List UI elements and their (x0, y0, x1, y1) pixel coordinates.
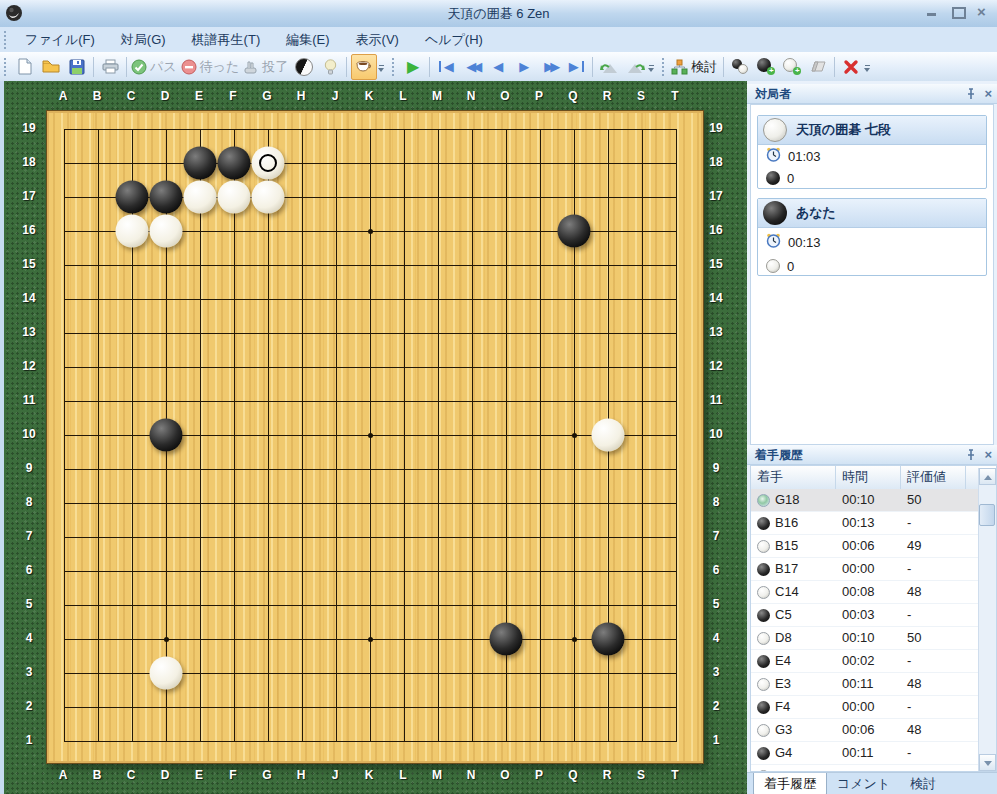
move-value: - (901, 650, 966, 672)
pin-icon[interactable] (966, 88, 976, 100)
move-coord: G3 (775, 719, 792, 741)
go-board[interactable] (46, 110, 704, 764)
scrollbar[interactable] (978, 468, 996, 771)
dropdown-arrow-icon[interactable] (378, 65, 386, 75)
move-row-B16[interactable]: B1600:13- (751, 512, 979, 535)
coordinate-label: P (535, 768, 543, 782)
coordinate-label: O (500, 768, 509, 782)
dropdown-arrow-icon[interactable] (648, 65, 656, 75)
review-label: 検討 (691, 58, 719, 76)
coordinate-label: H (297, 89, 306, 103)
black-stone-icon (757, 609, 770, 622)
move-coord: H3 (775, 765, 792, 771)
move-value: - (901, 742, 966, 764)
coordinate-label: J (332, 768, 339, 782)
undo-move-button[interactable]: 待った (181, 55, 242, 79)
menu-replay[interactable]: 棋譜再生(T) (179, 27, 274, 53)
coordinate-label: M (432, 89, 442, 103)
player-card-black: あなた 00:13 0 (757, 198, 987, 276)
coordinate-label: T (671, 768, 678, 782)
coordinate-label: 6 (713, 563, 720, 577)
grid-line (540, 129, 541, 742)
move-row-C5[interactable]: C500:03- (751, 604, 979, 627)
coordinate-label: 11 (23, 393, 36, 407)
go-first-button[interactable]: ◀ (434, 55, 458, 79)
white-stone-D16 (150, 215, 183, 248)
move-coord: E4 (775, 650, 791, 672)
column-header-value[interactable]: 評価値 (901, 466, 966, 489)
star-point (368, 637, 373, 642)
move-time: 00:06 (836, 535, 901, 557)
white-stone-E17 (184, 181, 217, 214)
coffee-break-button[interactable] (351, 54, 377, 80)
save-button[interactable] (65, 55, 89, 79)
coordinate-label: 13 (22, 325, 35, 339)
coordinate-label: 10 (709, 427, 722, 441)
coordinate-label: 8 (713, 495, 720, 509)
move-time: 00:00 (836, 696, 901, 718)
move-row-F4[interactable]: F400:00- (751, 696, 979, 719)
white-stone-icon (757, 770, 770, 772)
move-time: 00:10 (836, 489, 901, 511)
move-time: 00:07 (836, 765, 901, 771)
coordinate-label: 9 (713, 461, 720, 475)
white-stone-avatar (763, 118, 787, 142)
coordinate-label: 16 (22, 223, 35, 237)
fast-forward-button[interactable]: ▶▶ (538, 55, 562, 79)
move-value: - (901, 512, 966, 534)
column-header-time[interactable]: 時間 (836, 466, 901, 489)
coordinate-label: A (59, 768, 68, 782)
coordinate-label: 11 (710, 393, 723, 407)
tab-review[interactable]: 検討 (900, 773, 946, 794)
grid-line (64, 537, 677, 538)
black-stone-icon (757, 563, 770, 576)
coordinate-label: K (365, 768, 374, 782)
star-point (164, 637, 169, 642)
coordinate-label: F (229, 768, 236, 782)
coordinate-label: 18 (22, 155, 35, 169)
coordinate-label: 12 (709, 359, 722, 373)
go-last-button[interactable]: ▶ (564, 55, 588, 79)
coordinate-label: 7 (26, 529, 33, 543)
coordinate-label: 7 (713, 529, 720, 543)
tab-move-history[interactable]: 着手履歴 (753, 773, 827, 794)
coordinate-label: M (432, 768, 442, 782)
grid-line (472, 129, 473, 742)
players-panel: 天頂の囲碁 七段 01:03 0 あなた 00:13 (750, 104, 994, 445)
captured-white-stone-icon (766, 259, 780, 273)
coordinate-label: B (93, 768, 102, 782)
black-white-stone-button[interactable] (292, 55, 316, 79)
coordinate-label: 2 (713, 699, 720, 713)
coordinate-label: 9 (26, 461, 33, 475)
menu-file[interactable]: ファイル(F) (12, 27, 108, 53)
coordinate-label: J (332, 89, 339, 103)
coordinate-label: 14 (22, 291, 35, 305)
move-coord: B16 (775, 512, 798, 534)
move-row-D8[interactable]: D800:1050 (751, 627, 979, 650)
move-value: 48 (901, 673, 966, 695)
coordinate-label: 17 (22, 189, 35, 203)
scroll-up-button[interactable] (979, 468, 996, 485)
resign-button[interactable]: 投了 (243, 55, 290, 79)
capture-count: 0 (787, 171, 794, 186)
scrollbar-thumb[interactable] (979, 504, 995, 526)
move-value: 50 (901, 627, 966, 649)
coordinate-label: N (467, 768, 476, 782)
black-stone-R4 (592, 623, 625, 656)
coordinate-label: O (500, 89, 509, 103)
move-value: - (901, 604, 966, 626)
player-time: 01:03 (788, 149, 821, 164)
black-stone-icon (757, 517, 770, 530)
move-value: 48 (901, 719, 966, 741)
move-row-E4[interactable]: E400:02- (751, 650, 979, 673)
new-file-button[interactable] (13, 55, 37, 79)
coordinate-label: L (399, 89, 406, 103)
toolbar: パス 待った 投了 ▶ ◀ ◀◀ ◀ ▶ ▶▶ ▶ 検討 (0, 52, 997, 82)
black-stone-Q16 (558, 215, 591, 248)
coordinate-label: 8 (26, 495, 33, 509)
grid-line (64, 605, 677, 606)
title-bar: 天頂の囲碁 6 Zen × (0, 0, 997, 28)
move-history-table: 着手 時間 評価値 G1800:1050B1600:13-B1500:0649B… (750, 465, 997, 772)
white-stone-F17 (218, 181, 251, 214)
move-value: - (901, 696, 966, 718)
coordinate-label: 5 (26, 597, 33, 611)
move-coord: G18 (775, 489, 800, 511)
coordinate-label: 17 (709, 189, 722, 203)
player-time: 00:13 (788, 235, 821, 250)
coordinate-label: 18 (709, 155, 722, 169)
move-coord: F4 (775, 696, 790, 718)
coordinate-label: 5 (713, 597, 720, 611)
coordinate-label: F (229, 89, 236, 103)
coordinate-label: G (262, 89, 271, 103)
pass-button[interactable]: パス (131, 55, 179, 79)
white-stone-icon (757, 724, 770, 737)
move-time: 00:00 (836, 558, 901, 580)
grid-line (642, 129, 643, 742)
coordinate-label: H (297, 768, 306, 782)
add-black-stone-button[interactable]: + (754, 55, 778, 79)
window-edge (0, 81, 4, 794)
move-time: 00:11 (836, 742, 901, 764)
move-history-rows: G1800:1050B1600:13-B1500:0649B1700:00-C1… (751, 489, 979, 771)
undo-label: 待った (200, 58, 242, 76)
move-row-E3[interactable]: E300:1148 (751, 673, 979, 696)
pin-icon[interactable] (966, 449, 976, 461)
coordinate-label: 15 (22, 257, 35, 271)
player-name: あなた (796, 204, 836, 222)
grid-line (676, 129, 677, 742)
resign-label: 投了 (262, 58, 290, 76)
coordinate-label: A (59, 89, 68, 103)
setup-stones-button[interactable] (728, 55, 752, 79)
star-point (572, 637, 577, 642)
move-coord: G4 (775, 742, 792, 764)
white-stone-icon (757, 586, 770, 599)
white-stone-C16 (116, 215, 149, 248)
move-row-H3[interactable]: H300:0748 (751, 765, 979, 771)
white-stone-D3 (150, 657, 183, 690)
coordinate-label: 6 (26, 563, 33, 577)
coordinate-label: 16 (709, 223, 722, 237)
step-backward-button[interactable]: ◀ (486, 55, 510, 79)
toolbar-grip (391, 58, 396, 76)
grid-line (404, 129, 405, 742)
scroll-down-button[interactable] (979, 754, 996, 771)
delete-button[interactable] (839, 55, 863, 79)
coordinate-label: 14 (709, 291, 722, 305)
coordinate-label: S (637, 89, 645, 103)
players-panel-header: 対局者 × (747, 84, 997, 104)
last-move-marker (259, 154, 277, 172)
black-stone-icon (757, 747, 770, 760)
history-panel-header: 着手履歴 × (747, 445, 997, 465)
review-button[interactable]: 検討 (671, 55, 719, 79)
coordinate-label: T (671, 89, 678, 103)
coordinate-label: 19 (22, 121, 35, 135)
black-stone-icon (757, 701, 770, 714)
coordinate-label: Q (568, 89, 577, 103)
column-header-move[interactable]: 着手 (751, 466, 836, 489)
maximize-button[interactable] (951, 6, 965, 18)
move-value: 50 (901, 489, 966, 511)
grid-line (64, 741, 677, 742)
coordinate-label: 1 (26, 733, 33, 747)
coordinate-label: P (535, 89, 543, 103)
table-header: 着手 時間 評価値 (751, 466, 979, 490)
coordinate-label: 2 (26, 699, 33, 713)
side-panel: 対局者 × 天頂の囲碁 七段 01:03 0 (747, 81, 997, 794)
move-coord: C5 (775, 604, 792, 626)
fast-backward-button[interactable]: ◀◀ (460, 55, 484, 79)
black-stone-D17 (150, 181, 183, 214)
black-stone-D10 (150, 419, 183, 452)
move-coord: C14 (775, 581, 799, 603)
window-title: 天頂の囲碁 6 Zen (0, 5, 997, 23)
move-row-B17[interactable]: B1700:00- (751, 558, 979, 581)
black-stone-avatar (763, 201, 787, 225)
captured-black-stone-icon (766, 171, 780, 185)
move-value: - (901, 558, 966, 580)
grid-line (64, 707, 677, 708)
coordinate-label: 15 (709, 257, 722, 271)
board-area: AABBCCDDEEFFGGHHJJKKLLMMNNOOPPQQRRSSTT19… (0, 81, 747, 794)
player-card-header: 天頂の囲碁 七段 (758, 116, 986, 145)
move-time: 00:08 (836, 581, 901, 603)
coordinate-label: 10 (22, 427, 35, 441)
coordinate-label: L (399, 768, 406, 782)
coordinate-label: E (195, 89, 203, 103)
open-file-button[interactable] (39, 55, 63, 79)
tab-comment[interactable]: コメント (827, 773, 900, 794)
grid-line (64, 571, 677, 572)
eraser-button[interactable] (806, 55, 830, 79)
coordinate-label: 3 (26, 665, 33, 679)
coordinate-label: Q (568, 768, 577, 782)
branch-forward-button[interactable] (623, 55, 647, 79)
player-card-white: 天頂の囲碁 七段 01:03 0 (757, 115, 987, 189)
step-forward-button[interactable]: ▶ (512, 55, 536, 79)
coordinate-label: 4 (713, 631, 720, 645)
move-row-G4[interactable]: G400:11- (751, 742, 979, 765)
move-value: 48 (901, 581, 966, 603)
pass-label: パス (150, 58, 179, 76)
star-point (368, 433, 373, 438)
move-row-B15[interactable]: B1500:0649 (751, 535, 979, 558)
move-time: 00:10 (836, 627, 901, 649)
clock-icon (766, 233, 781, 251)
coordinate-label: S (637, 768, 645, 782)
dropdown-arrow-icon[interactable] (864, 65, 872, 75)
app-window: 天頂の囲碁 6 Zen × ファイル(F) 対局(G) 棋譜再生(T) 編集(E… (0, 0, 997, 794)
clock-icon (766, 147, 781, 165)
coordinate-label: 3 (713, 665, 720, 679)
star-point (368, 229, 373, 234)
black-stone-E18 (184, 147, 217, 180)
coordinate-label: D (161, 768, 170, 782)
play-button[interactable]: ▶ (401, 55, 425, 79)
move-time: 00:13 (836, 512, 901, 534)
minimize-button[interactable] (925, 6, 939, 18)
add-white-stone-button[interactable]: + (780, 55, 804, 79)
white-stone-icon (757, 678, 770, 691)
grid-line (438, 129, 439, 742)
move-coord: E3 (775, 673, 791, 695)
coordinate-label: B (93, 89, 102, 103)
coordinate-label: K (365, 89, 374, 103)
hint-bulb-button[interactable] (318, 55, 342, 79)
toolbar-grip (661, 58, 666, 76)
move-time: 00:11 (836, 673, 901, 695)
coordinate-label: G (262, 768, 271, 782)
coordinate-label: 1 (713, 733, 720, 747)
close-panel-icon[interactable]: × (984, 448, 992, 462)
move-value: 48 (901, 765, 966, 771)
coordinate-label: C (127, 89, 136, 103)
move-value: 49 (901, 535, 966, 557)
capture-count: 0 (787, 259, 794, 274)
toolbar-grip (3, 58, 8, 76)
white-stone-icon (757, 632, 770, 645)
move-coord: B17 (775, 558, 798, 580)
white-stone-R10 (592, 419, 625, 452)
grid-line (64, 469, 677, 470)
menu-edit[interactable]: 編集(E) (273, 27, 342, 53)
black-stone-F18 (218, 147, 251, 180)
coordinate-label: N (467, 89, 476, 103)
move-row-G3[interactable]: G300:0648 (751, 719, 979, 742)
coordinate-label: 12 (22, 359, 35, 373)
move-row-G18[interactable]: G1800:1050 (751, 489, 979, 512)
black-stone-O4 (490, 623, 523, 656)
white-stone-icon (757, 540, 770, 553)
menu-help[interactable]: ヘルプ(H) (412, 27, 496, 53)
coordinate-label: 13 (709, 325, 722, 339)
print-button[interactable] (98, 55, 122, 79)
toolbar-grip (3, 31, 8, 49)
move-row-C14[interactable]: C1400:0848 (751, 581, 979, 604)
move-time: 00:02 (836, 650, 901, 672)
coordinate-label: R (603, 89, 612, 103)
branch-back-button[interactable] (597, 55, 621, 79)
menu-game[interactable]: 対局(G) (108, 27, 179, 53)
move-time: 00:06 (836, 719, 901, 741)
coordinate-label: C (127, 768, 136, 782)
coordinate-label: 19 (709, 121, 722, 135)
players-panel-title: 対局者 (755, 87, 791, 101)
move-time: 00:03 (836, 604, 901, 626)
current-stone-icon (757, 494, 770, 507)
menu-view[interactable]: 表示(V) (343, 27, 412, 53)
player-name: 天頂の囲碁 七段 (796, 121, 891, 139)
black-stone-icon (757, 655, 770, 668)
grid-line (64, 503, 677, 504)
close-panel-icon[interactable]: × (984, 87, 992, 101)
star-point (572, 433, 577, 438)
history-panel-title: 着手履歴 (755, 448, 803, 462)
move-coord: D8 (775, 627, 792, 649)
close-button[interactable]: × (977, 6, 991, 18)
coordinate-label: D (161, 89, 170, 103)
coordinate-label: E (195, 768, 203, 782)
player-card-header: あなた (758, 199, 986, 228)
panel-tab-bar: 着手履歴 コメント 検討 (747, 772, 997, 794)
menu-bar: ファイル(F) 対局(G) 棋譜再生(T) 編集(E) 表示(V) ヘルプ(H) (0, 27, 997, 52)
coordinate-label: 4 (26, 631, 33, 645)
coordinate-label: R (603, 768, 612, 782)
white-stone-G17 (252, 181, 285, 214)
move-coord: B15 (775, 535, 798, 557)
black-stone-C17 (116, 181, 149, 214)
